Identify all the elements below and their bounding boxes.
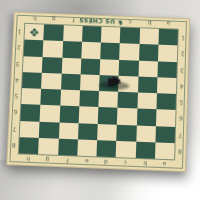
file-label: b <box>135 158 155 170</box>
file-label: h <box>18 153 38 165</box>
square-h8[interactable] <box>19 137 39 154</box>
square-h5[interactable] <box>21 88 41 105</box>
square-e5[interactable] <box>79 90 99 107</box>
square-e8[interactable] <box>77 139 97 156</box>
square-a4[interactable] <box>157 77 177 94</box>
square-f5[interactable] <box>60 90 80 107</box>
square-b8[interactable] <box>135 141 155 158</box>
square-g7[interactable] <box>39 121 59 138</box>
rank-label: 3 <box>12 55 24 71</box>
square-f4[interactable] <box>61 73 81 90</box>
square-e6[interactable] <box>78 106 98 123</box>
black-knight-fallen[interactable]: ♞ <box>104 73 123 90</box>
square-e1[interactable] <box>82 26 102 43</box>
rank-label: 4 <box>176 78 187 95</box>
file-label: d <box>96 156 116 168</box>
rank-label: 8 <box>174 143 186 160</box>
square-g8[interactable] <box>38 138 58 155</box>
square-g1[interactable] <box>44 25 64 42</box>
rank-label: 5 <box>176 94 187 111</box>
square-c1[interactable] <box>120 27 140 44</box>
square-h6[interactable] <box>20 104 40 121</box>
rank-label: 6 <box>9 104 21 121</box>
square-b7[interactable] <box>136 125 156 142</box>
square-d7[interactable] <box>97 124 117 141</box>
rank-label: 3 <box>176 62 187 79</box>
square-c5[interactable] <box>118 92 138 109</box>
square-c8[interactable] <box>116 141 136 158</box>
square-b5[interactable] <box>137 92 157 109</box>
file-label <box>101 16 120 27</box>
square-b2[interactable] <box>139 44 159 61</box>
photo-scene: ❖ hgfcba hgfedcba 12345678 12345678 ♞ US… <box>0 0 200 200</box>
square-f3[interactable] <box>61 57 81 74</box>
square-a3[interactable] <box>157 61 177 78</box>
square-a7[interactable] <box>155 126 175 143</box>
file-label: f <box>57 155 77 167</box>
square-d8[interactable] <box>96 140 116 157</box>
square-f2[interactable] <box>62 41 82 58</box>
rank-label: 6 <box>175 110 186 127</box>
square-g5[interactable] <box>41 89 61 106</box>
square-d5[interactable] <box>98 91 118 108</box>
square-h3[interactable] <box>23 56 43 73</box>
square-d2[interactable] <box>100 43 120 60</box>
square-d1[interactable] <box>101 27 121 44</box>
file-label: f <box>63 15 83 26</box>
fallen-piece[interactable]: ♞ <box>96 72 135 92</box>
file-label: g <box>38 154 58 166</box>
square-a5[interactable] <box>156 93 176 110</box>
square-b4[interactable] <box>137 76 157 93</box>
rank-label: 4 <box>11 71 23 88</box>
file-label: e <box>77 156 97 168</box>
square-a8[interactable] <box>155 142 175 159</box>
brand-knight-icon: ♞ <box>117 19 124 26</box>
square-h2[interactable] <box>24 40 44 57</box>
rank-label: 2 <box>177 46 188 62</box>
square-b6[interactable] <box>136 109 156 126</box>
square-h1[interactable]: ❖ <box>24 24 44 41</box>
square-g6[interactable] <box>40 105 60 122</box>
square-e2[interactable] <box>81 42 101 59</box>
square-a2[interactable] <box>158 45 178 62</box>
file-label: c <box>121 17 140 28</box>
file-label: a <box>154 159 174 171</box>
rank-label: 1 <box>177 30 188 46</box>
board-grid: ❖ <box>19 24 178 159</box>
square-f8[interactable] <box>58 138 78 155</box>
square-f6[interactable] <box>59 106 79 123</box>
square-c2[interactable] <box>119 43 139 60</box>
square-a1[interactable] <box>158 29 178 46</box>
file-label: c <box>115 157 135 169</box>
square-c7[interactable] <box>116 124 136 141</box>
file-label: b <box>140 17 159 28</box>
square-f7[interactable] <box>58 122 78 139</box>
square-b1[interactable] <box>139 28 159 45</box>
rank-label: 2 <box>13 39 25 55</box>
square-c6[interactable] <box>117 108 137 125</box>
file-label: a <box>159 18 178 29</box>
brand-inner: ♞ US CHESS <box>79 17 124 26</box>
chess-board: ❖ hgfcba hgfedcba 12345678 12345678 ♞ US… <box>6 12 190 172</box>
square-e7[interactable] <box>78 123 98 140</box>
rank-label: 1 <box>14 23 26 39</box>
file-label: h <box>25 13 45 24</box>
square-f1[interactable] <box>63 25 83 42</box>
square-g4[interactable] <box>41 73 61 90</box>
rank-label: 8 <box>8 137 20 154</box>
rank-label: 5 <box>10 88 22 105</box>
square-g3[interactable] <box>42 57 62 74</box>
file-label <box>82 15 101 26</box>
us-chess-knight-emblem: ❖ <box>24 24 44 41</box>
brand-label: US CHESS <box>79 17 115 25</box>
file-label: g <box>44 14 64 25</box>
rank-label: 7 <box>175 127 187 144</box>
square-h4[interactable] <box>22 72 42 89</box>
square-b3[interactable] <box>138 60 158 77</box>
square-g2[interactable] <box>43 41 63 58</box>
square-a6[interactable] <box>156 109 176 126</box>
rank-label: 7 <box>9 120 21 137</box>
square-d6[interactable] <box>98 107 118 124</box>
square-h7[interactable] <box>20 121 40 138</box>
